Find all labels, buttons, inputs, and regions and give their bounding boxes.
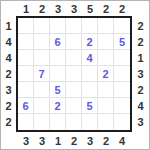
clue-right-5: 2 [132, 82, 149, 98]
clue-right-6: 4 [132, 98, 149, 114]
cell-r6c6[interactable] [98, 98, 114, 114]
clue-bottom-5: 3 [82, 132, 98, 149]
cell-r2c6[interactable] [98, 34, 114, 50]
cell-r3c5[interactable]: 4 [82, 50, 98, 66]
cell-r4c1[interactable] [18, 66, 34, 82]
cell-r4c2[interactable]: 7 [34, 66, 50, 82]
clues-right: 2213243 [132, 18, 149, 130]
clue-right-7: 3 [132, 114, 149, 130]
clues-left: 1442322 [1, 18, 16, 130]
clue-bottom-3: 1 [50, 132, 66, 149]
cell-r6c7[interactable] [114, 98, 130, 114]
cell-r7c4[interactable] [66, 114, 82, 130]
cell-r6c2[interactable] [34, 98, 50, 114]
cell-r2c4[interactable] [66, 34, 82, 50]
clue-left-7: 2 [1, 114, 16, 130]
clue-right-1: 2 [132, 18, 149, 34]
cell-r5c4[interactable] [66, 82, 82, 98]
cell-r7c2[interactable] [34, 114, 50, 130]
clue-left-4: 2 [1, 66, 16, 82]
clues-bottom: 3312324 [18, 132, 130, 149]
clue-bottom-6: 2 [98, 132, 114, 149]
cell-r6c1[interactable]: 6 [18, 98, 34, 114]
cell-r7c3[interactable] [50, 114, 66, 130]
clue-bottom-7: 4 [114, 132, 130, 149]
cell-r1c1[interactable] [18, 18, 34, 34]
clue-left-6: 2 [1, 98, 16, 114]
cell-r5c5[interactable] [82, 82, 98, 98]
cell-r2c3[interactable]: 6 [50, 34, 66, 50]
clue-left-5: 3 [1, 82, 16, 98]
cell-r7c5[interactable] [82, 114, 98, 130]
cell-r1c2[interactable] [34, 18, 50, 34]
cell-r4c6[interactable]: 2 [98, 66, 114, 82]
cell-r2c2[interactable] [34, 34, 50, 50]
cell-r3c3[interactable] [50, 50, 66, 66]
clue-right-2: 2 [132, 34, 149, 50]
cell-r5c1[interactable] [18, 82, 34, 98]
cell-r3c4[interactable] [66, 50, 82, 66]
cell-r1c6[interactable] [98, 18, 114, 34]
clue-bottom-2: 3 [34, 132, 50, 149]
cell-r7c1[interactable] [18, 114, 34, 130]
clue-top-1: 1 [18, 1, 34, 16]
clue-top-7: 2 [114, 1, 130, 16]
cell-r6c5[interactable]: 5 [82, 98, 98, 114]
clue-bottom-4: 2 [66, 132, 82, 149]
cell-r3c2[interactable] [34, 50, 50, 66]
clue-top-5: 5 [82, 1, 98, 16]
clue-bottom-1: 3 [18, 132, 34, 149]
cell-r2c7[interactable]: 5 [114, 34, 130, 50]
skyscrapers-board: 6254725625 [16, 16, 132, 132]
clue-left-3: 4 [1, 50, 16, 66]
cell-r3c6[interactable] [98, 50, 114, 66]
cell-r3c7[interactable] [114, 50, 130, 66]
cell-r4c7[interactable] [114, 66, 130, 82]
clue-top-6: 2 [98, 1, 114, 16]
cell-r3c1[interactable] [18, 50, 34, 66]
clue-top-2: 2 [34, 1, 50, 16]
cell-r5c3[interactable]: 5 [50, 82, 66, 98]
cell-r6c3[interactable]: 2 [50, 98, 66, 114]
cell-r1c5[interactable] [82, 18, 98, 34]
cell-r6c4[interactable] [66, 98, 82, 114]
clue-left-2: 4 [1, 34, 16, 50]
cell-r4c4[interactable] [66, 66, 82, 82]
clue-left-1: 1 [1, 18, 16, 34]
clue-right-3: 1 [132, 50, 149, 66]
clue-right-4: 3 [132, 66, 149, 82]
cell-r2c1[interactable] [18, 34, 34, 50]
cell-r1c3[interactable] [50, 18, 66, 34]
cell-r7c7[interactable] [114, 114, 130, 130]
cell-r2c5[interactable]: 2 [82, 34, 98, 50]
clues-top: 1233522 [18, 1, 130, 16]
cell-r1c7[interactable] [114, 18, 130, 34]
cell-r5c6[interactable] [98, 82, 114, 98]
cell-r4c3[interactable] [50, 66, 66, 82]
cell-r5c7[interactable] [114, 82, 130, 98]
cell-r7c6[interactable] [98, 114, 114, 130]
skyscrapers-puzzle: 1233522 1442322 2213243 3312324 62547256… [0, 0, 150, 150]
clue-top-3: 3 [50, 1, 66, 16]
clue-top-4: 3 [66, 1, 82, 16]
cell-r1c4[interactable] [66, 18, 82, 34]
cell-r5c2[interactable] [34, 82, 50, 98]
cell-r4c5[interactable] [82, 66, 98, 82]
